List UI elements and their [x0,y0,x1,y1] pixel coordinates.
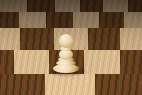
chessboard-photo [0,0,142,95]
light-square[interactable] [0,0,27,12]
dark-square[interactable] [80,0,103,12]
dark-square[interactable] [128,0,142,12]
dark-square[interactable] [0,12,19,28]
light-square[interactable] [120,28,142,50]
light-square[interactable] [73,12,99,28]
dark-square[interactable] [27,0,55,12]
dark-square[interactable] [20,28,54,50]
light-square[interactable] [124,12,142,28]
light-square[interactable] [0,28,20,50]
dark-square[interactable] [99,12,124,28]
dark-square[interactable] [120,50,142,74]
board-row [0,74,142,95]
light-square[interactable] [14,50,49,74]
board-row [0,0,142,12]
light-square[interactable] [45,74,95,95]
board-row [0,12,142,28]
dark-square[interactable] [88,28,120,50]
dark-square[interactable] [0,50,14,74]
dark-square[interactable] [49,50,84,74]
dark-square[interactable] [0,74,45,95]
light-square[interactable] [84,50,120,74]
board-row [0,50,142,74]
dark-square[interactable] [95,74,142,95]
light-square[interactable] [19,12,46,28]
dark-square[interactable] [46,12,73,28]
board-row [0,28,142,50]
light-square[interactable] [103,0,128,12]
light-square[interactable] [54,28,88,50]
light-square[interactable] [55,0,80,12]
